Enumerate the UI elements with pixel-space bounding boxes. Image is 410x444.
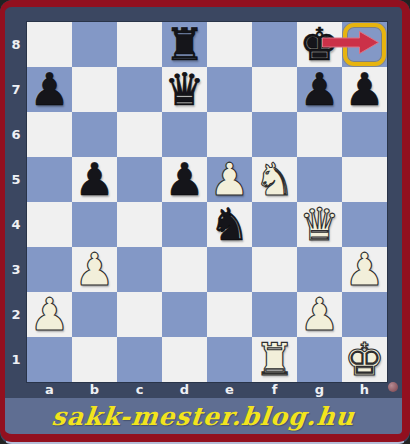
file-label-d: d — [162, 381, 207, 398]
rank-labels: 87654321 — [5, 22, 27, 382]
rank-label-3: 3 — [5, 247, 27, 292]
square-h6 — [342, 112, 387, 157]
black-pawn-h7: ♟ — [342, 67, 387, 112]
file-label-g: g — [297, 381, 342, 398]
rank-label-1: 1 — [5, 337, 27, 382]
square-c5 — [117, 157, 162, 202]
white-pawn-a2: ♟ — [27, 292, 72, 337]
file-label-f: f — [252, 381, 297, 398]
rank-label-2: 2 — [5, 292, 27, 337]
highlight-square-h8 — [343, 23, 386, 66]
square-b3: ♟ — [72, 247, 117, 292]
chess-diagram: 87654321 ♜♚♟♛♟♟♟♟♟♞♞♛♟♟♟♟♜♚ abcdefgh sak… — [0, 0, 410, 444]
white-king-h1: ♚ — [342, 337, 387, 382]
square-h5 — [342, 157, 387, 202]
square-a5 — [27, 157, 72, 202]
square-a2: ♟ — [27, 292, 72, 337]
square-c7 — [117, 67, 162, 112]
white-rook-f1: ♜ — [252, 337, 297, 382]
square-d7: ♛ — [162, 67, 207, 112]
square-e2 — [207, 292, 252, 337]
square-d1 — [162, 337, 207, 382]
square-a1 — [27, 337, 72, 382]
square-b1 — [72, 337, 117, 382]
square-h7: ♟ — [342, 67, 387, 112]
square-f3 — [252, 247, 297, 292]
white-pawn-h3: ♟ — [342, 247, 387, 292]
square-f7 — [252, 67, 297, 112]
square-b5: ♟ — [72, 157, 117, 202]
square-h8 — [342, 22, 387, 67]
square-h4 — [342, 202, 387, 247]
square-a8 — [27, 22, 72, 67]
square-f1: ♜ — [252, 337, 297, 382]
chess-board: ♜♚♟♛♟♟♟♟♟♞♞♛♟♟♟♟♜♚ — [27, 22, 387, 382]
white-pawn-b3: ♟ — [72, 247, 117, 292]
rank-label-4: 4 — [5, 202, 27, 247]
rank-label-7: 7 — [5, 67, 27, 112]
square-g4: ♛ — [297, 202, 342, 247]
square-c6 — [117, 112, 162, 157]
white-pawn-e5: ♟ — [207, 157, 252, 202]
black-rook-d8: ♜ — [162, 22, 207, 67]
square-c4 — [117, 202, 162, 247]
square-h1: ♚ — [342, 337, 387, 382]
square-a3 — [27, 247, 72, 292]
square-c8 — [117, 22, 162, 67]
black-pawn-g7: ♟ — [297, 67, 342, 112]
caption-bar: sakk-mester.blog.hu — [5, 398, 402, 434]
watermark-dot-icon — [388, 382, 398, 392]
square-d6 — [162, 112, 207, 157]
square-g7: ♟ — [297, 67, 342, 112]
square-f4 — [252, 202, 297, 247]
black-pawn-a7: ♟ — [27, 67, 72, 112]
white-pawn-g2: ♟ — [297, 292, 342, 337]
black-pawn-d5: ♟ — [162, 157, 207, 202]
square-g2: ♟ — [297, 292, 342, 337]
file-label-e: e — [207, 381, 252, 398]
square-b6 — [72, 112, 117, 157]
black-pawn-b5: ♟ — [72, 157, 117, 202]
square-d2 — [162, 292, 207, 337]
file-label-c: c — [117, 381, 162, 398]
square-e7 — [207, 67, 252, 112]
square-f6 — [252, 112, 297, 157]
square-d5: ♟ — [162, 157, 207, 202]
square-b2 — [72, 292, 117, 337]
square-e3 — [207, 247, 252, 292]
file-label-a: a — [27, 381, 72, 398]
square-e1 — [207, 337, 252, 382]
square-c2 — [117, 292, 162, 337]
square-g8: ♚ — [297, 22, 342, 67]
square-f2 — [252, 292, 297, 337]
square-b7 — [72, 67, 117, 112]
black-queen-d7: ♛ — [162, 67, 207, 112]
file-label-b: b — [72, 381, 117, 398]
square-c1 — [117, 337, 162, 382]
square-g3 — [297, 247, 342, 292]
square-d4 — [162, 202, 207, 247]
square-c3 — [117, 247, 162, 292]
rank-label-5: 5 — [5, 157, 27, 202]
square-f8 — [252, 22, 297, 67]
square-b4 — [72, 202, 117, 247]
square-g1 — [297, 337, 342, 382]
square-e6 — [207, 112, 252, 157]
square-h3: ♟ — [342, 247, 387, 292]
white-knight-f5: ♞ — [252, 157, 297, 202]
black-knight-e4: ♞ — [207, 202, 252, 247]
white-queen-g4: ♛ — [297, 202, 342, 247]
file-label-h: h — [342, 381, 387, 398]
square-e8 — [207, 22, 252, 67]
square-h2 — [342, 292, 387, 337]
square-b8 — [72, 22, 117, 67]
square-a4 — [27, 202, 72, 247]
black-king-g8: ♚ — [297, 22, 342, 67]
square-d3 — [162, 247, 207, 292]
square-e5: ♟ — [207, 157, 252, 202]
square-a7: ♟ — [27, 67, 72, 112]
square-d8: ♜ — [162, 22, 207, 67]
rank-label-8: 8 — [5, 22, 27, 67]
rank-label-6: 6 — [5, 112, 27, 157]
blog-caption: sakk-mester.blog.hu — [51, 402, 357, 431]
square-g6 — [297, 112, 342, 157]
square-f5: ♞ — [252, 157, 297, 202]
square-g5 — [297, 157, 342, 202]
file-labels: abcdefgh — [27, 381, 387, 398]
square-a6 — [27, 112, 72, 157]
square-e4: ♞ — [207, 202, 252, 247]
